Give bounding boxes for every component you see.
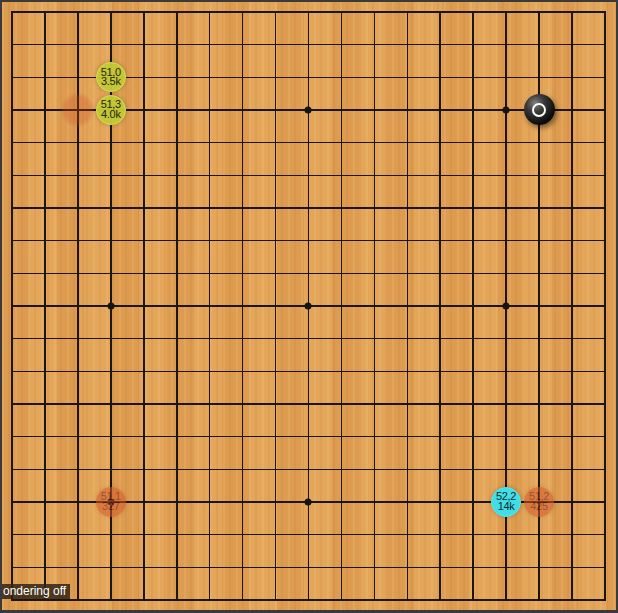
intersection-O16[interactable] — [424, 94, 457, 127]
intersection-A16[interactable] — [2, 94, 28, 127]
intersection-E10[interactable] — [127, 290, 160, 323]
intersection-J7[interactable] — [259, 388, 292, 421]
intersection-H1[interactable] — [226, 583, 259, 610]
intersection-A18[interactable] — [2, 28, 28, 61]
intersection-C17[interactable] — [61, 61, 94, 94]
intersection-N18[interactable] — [391, 28, 424, 61]
intersection-G3[interactable] — [193, 518, 226, 551]
intersection-N17[interactable] — [391, 61, 424, 94]
intersection-K18[interactable] — [292, 28, 325, 61]
intersection-T19[interactable] — [588, 2, 616, 28]
intersection-Q6[interactable] — [490, 420, 523, 453]
intersection-S18[interactable] — [555, 28, 588, 61]
intersection-J17[interactable] — [259, 61, 292, 94]
intersection-G17[interactable] — [193, 61, 226, 94]
intersection-S4[interactable] — [555, 486, 588, 519]
intersection-D17[interactable]: 51,03.5k — [94, 61, 127, 94]
intersection-A15[interactable] — [2, 126, 28, 159]
intersection-G19[interactable] — [193, 2, 226, 28]
intersection-L9[interactable] — [325, 322, 358, 355]
intersection-G6[interactable] — [193, 420, 226, 453]
intersection-R11[interactable] — [523, 257, 556, 290]
intersection-M9[interactable] — [358, 322, 391, 355]
intersection-P14[interactable] — [457, 159, 490, 192]
intersection-A2[interactable] — [2, 551, 28, 584]
intersection-M19[interactable] — [358, 2, 391, 28]
intersection-D18[interactable] — [94, 28, 127, 61]
intersection-S17[interactable] — [555, 61, 588, 94]
intersection-C5[interactable] — [61, 453, 94, 486]
intersection-P9[interactable] — [457, 322, 490, 355]
intersection-Q14[interactable] — [490, 159, 523, 192]
intersection-T18[interactable] — [588, 28, 616, 61]
intersection-C19[interactable] — [61, 2, 94, 28]
intersection-P4[interactable] — [457, 486, 490, 519]
intersection-E4[interactable] — [127, 486, 160, 519]
intersection-T12[interactable] — [588, 224, 616, 257]
intersection-B18[interactable] — [28, 28, 61, 61]
intersection-D6[interactable] — [94, 420, 127, 453]
intersection-B17[interactable] — [28, 61, 61, 94]
intersection-L5[interactable] — [325, 453, 358, 486]
intersection-L4[interactable] — [325, 486, 358, 519]
intersection-L16[interactable] — [325, 94, 358, 127]
intersection-T11[interactable] — [588, 257, 616, 290]
intersection-F5[interactable] — [160, 453, 193, 486]
intersection-L15[interactable] — [325, 126, 358, 159]
intersection-K13[interactable] — [292, 192, 325, 225]
intersection-A3[interactable] — [2, 518, 28, 551]
intersection-J16[interactable] — [259, 94, 292, 127]
intersection-Q1[interactable] — [490, 583, 523, 610]
analysis-move-D17[interactable]: 51,03.5k — [96, 62, 126, 92]
intersection-M17[interactable] — [358, 61, 391, 94]
intersection-H2[interactable] — [226, 551, 259, 584]
intersection-J18[interactable] — [259, 28, 292, 61]
intersection-N15[interactable] — [391, 126, 424, 159]
intersection-H4[interactable] — [226, 486, 259, 519]
intersection-O17[interactable] — [424, 61, 457, 94]
intersection-F10[interactable] — [160, 290, 193, 323]
intersection-M1[interactable] — [358, 583, 391, 610]
intersection-J10[interactable] — [259, 290, 292, 323]
intersection-L8[interactable] — [325, 355, 358, 388]
intersection-C16[interactable] — [61, 94, 94, 127]
intersection-M6[interactable] — [358, 420, 391, 453]
intersection-P6[interactable] — [457, 420, 490, 453]
intersection-N6[interactable] — [391, 420, 424, 453]
intersection-Q15[interactable] — [490, 126, 523, 159]
intersection-B7[interactable] — [28, 388, 61, 421]
intersection-R12[interactable] — [523, 224, 556, 257]
intersection-Q8[interactable] — [490, 355, 523, 388]
intersection-B10[interactable] — [28, 290, 61, 323]
intersection-E5[interactable] — [127, 453, 160, 486]
intersection-B8[interactable] — [28, 355, 61, 388]
intersection-J5[interactable] — [259, 453, 292, 486]
intersection-T17[interactable] — [588, 61, 616, 94]
intersection-M14[interactable] — [358, 159, 391, 192]
intersection-P11[interactable] — [457, 257, 490, 290]
analysis-move-Q4[interactable]: 52,214k — [491, 487, 521, 517]
intersection-B19[interactable] — [28, 2, 61, 28]
intersection-J3[interactable] — [259, 518, 292, 551]
intersection-D8[interactable] — [94, 355, 127, 388]
intersection-F12[interactable] — [160, 224, 193, 257]
intersection-L17[interactable] — [325, 61, 358, 94]
intersection-Q10[interactable] — [490, 290, 523, 323]
intersection-O1[interactable] — [424, 583, 457, 610]
intersection-G2[interactable] — [193, 551, 226, 584]
intersection-S13[interactable] — [555, 192, 588, 225]
intersection-F13[interactable] — [160, 192, 193, 225]
intersection-T8[interactable] — [588, 355, 616, 388]
intersection-K9[interactable] — [292, 322, 325, 355]
intersection-G13[interactable] — [193, 192, 226, 225]
intersection-D11[interactable] — [94, 257, 127, 290]
intersection-O7[interactable] — [424, 388, 457, 421]
intersection-S2[interactable] — [555, 551, 588, 584]
intersection-T16[interactable] — [588, 94, 616, 127]
intersection-E16[interactable] — [127, 94, 160, 127]
intersection-S9[interactable] — [555, 322, 588, 355]
intersection-O4[interactable] — [424, 486, 457, 519]
intersection-T14[interactable] — [588, 159, 616, 192]
intersection-S19[interactable] — [555, 2, 588, 28]
intersection-E7[interactable] — [127, 388, 160, 421]
intersection-D2[interactable] — [94, 551, 127, 584]
intersection-H5[interactable] — [226, 453, 259, 486]
intersection-P10[interactable] — [457, 290, 490, 323]
intersection-R19[interactable] — [523, 2, 556, 28]
intersection-D15[interactable] — [94, 126, 127, 159]
intersection-G8[interactable] — [193, 355, 226, 388]
intersection-D10[interactable] — [94, 290, 127, 323]
intersection-K17[interactable] — [292, 61, 325, 94]
intersection-F14[interactable] — [160, 159, 193, 192]
intersection-B4[interactable] — [28, 486, 61, 519]
intersection-R13[interactable] — [523, 192, 556, 225]
intersection-R5[interactable] — [523, 453, 556, 486]
intersection-F8[interactable] — [160, 355, 193, 388]
intersection-C3[interactable] — [61, 518, 94, 551]
intersection-N13[interactable] — [391, 192, 424, 225]
intersection-P18[interactable] — [457, 28, 490, 61]
intersection-F1[interactable] — [160, 583, 193, 610]
intersection-E14[interactable] — [127, 159, 160, 192]
intersection-E8[interactable] — [127, 355, 160, 388]
intersection-S1[interactable] — [555, 583, 588, 610]
intersection-Q19[interactable] — [490, 2, 523, 28]
intersection-Q18[interactable] — [490, 28, 523, 61]
intersection-H17[interactable] — [226, 61, 259, 94]
intersection-P3[interactable] — [457, 518, 490, 551]
intersection-B6[interactable] — [28, 420, 61, 453]
intersection-C13[interactable] — [61, 192, 94, 225]
intersection-R18[interactable] — [523, 28, 556, 61]
intersection-N10[interactable] — [391, 290, 424, 323]
intersection-O2[interactable] — [424, 551, 457, 584]
intersection-L7[interactable] — [325, 388, 358, 421]
intersection-O15[interactable] — [424, 126, 457, 159]
intersection-E13[interactable] — [127, 192, 160, 225]
intersection-B9[interactable] — [28, 322, 61, 355]
intersection-K10[interactable] — [292, 290, 325, 323]
intersection-D13[interactable] — [94, 192, 127, 225]
intersection-B3[interactable] — [28, 518, 61, 551]
intersection-C8[interactable] — [61, 355, 94, 388]
intersection-T5[interactable] — [588, 453, 616, 486]
intersection-L10[interactable] — [325, 290, 358, 323]
intersection-F16[interactable] — [160, 94, 193, 127]
intersection-A13[interactable] — [2, 192, 28, 225]
intersection-H16[interactable] — [226, 94, 259, 127]
intersection-S12[interactable] — [555, 224, 588, 257]
intersection-J4[interactable] — [259, 486, 292, 519]
intersection-R8[interactable] — [523, 355, 556, 388]
intersection-C11[interactable] — [61, 257, 94, 290]
intersection-E3[interactable] — [127, 518, 160, 551]
intersection-C15[interactable] — [61, 126, 94, 159]
intersection-H9[interactable] — [226, 322, 259, 355]
intersection-R15[interactable] — [523, 126, 556, 159]
intersection-E1[interactable] — [127, 583, 160, 610]
intersection-M7[interactable] — [358, 388, 391, 421]
intersection-N12[interactable] — [391, 224, 424, 257]
intersection-M16[interactable] — [358, 94, 391, 127]
intersection-F17[interactable] — [160, 61, 193, 94]
intersection-C2[interactable] — [61, 551, 94, 584]
intersection-S6[interactable] — [555, 420, 588, 453]
intersection-B2[interactable] — [28, 551, 61, 584]
intersection-B5[interactable] — [28, 453, 61, 486]
intersection-S8[interactable] — [555, 355, 588, 388]
intersection-Q17[interactable] — [490, 61, 523, 94]
intersection-G18[interactable] — [193, 28, 226, 61]
intersection-P12[interactable] — [457, 224, 490, 257]
intersection-D3[interactable] — [94, 518, 127, 551]
intersection-K2[interactable] — [292, 551, 325, 584]
intersection-L3[interactable] — [325, 518, 358, 551]
intersection-F18[interactable] — [160, 28, 193, 61]
intersection-T3[interactable] — [588, 518, 616, 551]
intersection-K4[interactable] — [292, 486, 325, 519]
intersection-J1[interactable] — [259, 583, 292, 610]
intersection-O3[interactable] — [424, 518, 457, 551]
intersection-S7[interactable] — [555, 388, 588, 421]
intersection-B12[interactable] — [28, 224, 61, 257]
intersection-K11[interactable] — [292, 257, 325, 290]
analysis-move-C16[interactable] — [61, 92, 94, 128]
intersection-T9[interactable] — [588, 322, 616, 355]
intersection-H12[interactable] — [226, 224, 259, 257]
intersection-E12[interactable] — [127, 224, 160, 257]
intersection-F9[interactable] — [160, 322, 193, 355]
intersection-M8[interactable] — [358, 355, 391, 388]
intersection-C14[interactable] — [61, 159, 94, 192]
intersection-M10[interactable] — [358, 290, 391, 323]
intersection-C6[interactable] — [61, 420, 94, 453]
intersection-R16[interactable] — [523, 94, 556, 127]
intersection-L14[interactable] — [325, 159, 358, 192]
intersection-P1[interactable] — [457, 583, 490, 610]
intersection-E11[interactable] — [127, 257, 160, 290]
intersection-H6[interactable] — [226, 420, 259, 453]
intersection-N5[interactable] — [391, 453, 424, 486]
intersection-N3[interactable] — [391, 518, 424, 551]
intersection-M5[interactable] — [358, 453, 391, 486]
intersection-L11[interactable] — [325, 257, 358, 290]
intersection-M12[interactable] — [358, 224, 391, 257]
intersection-P19[interactable] — [457, 2, 490, 28]
intersection-T13[interactable] — [588, 192, 616, 225]
intersection-P7[interactable] — [457, 388, 490, 421]
intersection-D14[interactable] — [94, 159, 127, 192]
intersection-M15[interactable] — [358, 126, 391, 159]
intersection-J15[interactable] — [259, 126, 292, 159]
intersection-R9[interactable] — [523, 322, 556, 355]
intersection-K1[interactable] — [292, 583, 325, 610]
intersection-Q4[interactable]: 52,214k — [490, 486, 523, 519]
intersection-K7[interactable] — [292, 388, 325, 421]
intersection-G15[interactable] — [193, 126, 226, 159]
intersection-E15[interactable] — [127, 126, 160, 159]
intersection-M3[interactable] — [358, 518, 391, 551]
intersection-L19[interactable] — [325, 2, 358, 28]
intersection-J14[interactable] — [259, 159, 292, 192]
intersection-Q2[interactable] — [490, 551, 523, 584]
intersection-K15[interactable] — [292, 126, 325, 159]
intersection-M18[interactable] — [358, 28, 391, 61]
intersection-D5[interactable] — [94, 453, 127, 486]
intersection-O5[interactable] — [424, 453, 457, 486]
intersection-H3[interactable] — [226, 518, 259, 551]
intersection-A9[interactable] — [2, 322, 28, 355]
intersection-A12[interactable] — [2, 224, 28, 257]
intersection-R7[interactable] — [523, 388, 556, 421]
intersection-B15[interactable] — [28, 126, 61, 159]
intersection-F7[interactable] — [160, 388, 193, 421]
intersection-R3[interactable] — [523, 518, 556, 551]
intersection-A10[interactable] — [2, 290, 28, 323]
intersection-M11[interactable] — [358, 257, 391, 290]
intersection-R4[interactable]: 51,2425 — [523, 486, 556, 519]
intersection-Q9[interactable] — [490, 322, 523, 355]
intersection-N7[interactable] — [391, 388, 424, 421]
intersection-K3[interactable] — [292, 518, 325, 551]
intersection-O10[interactable] — [424, 290, 457, 323]
intersection-O9[interactable] — [424, 322, 457, 355]
intersection-O11[interactable] — [424, 257, 457, 290]
intersection-P5[interactable] — [457, 453, 490, 486]
intersection-K14[interactable] — [292, 159, 325, 192]
intersection-G7[interactable] — [193, 388, 226, 421]
intersection-T7[interactable] — [588, 388, 616, 421]
intersection-Q5[interactable] — [490, 453, 523, 486]
intersection-O6[interactable] — [424, 420, 457, 453]
intersection-A19[interactable] — [2, 2, 28, 28]
analysis-move-D4[interactable]: 51,1327 — [96, 487, 126, 517]
intersection-O14[interactable] — [424, 159, 457, 192]
intersection-L13[interactable] — [325, 192, 358, 225]
intersection-J12[interactable] — [259, 224, 292, 257]
intersection-J19[interactable] — [259, 2, 292, 28]
analysis-move-R4[interactable]: 51,2425 — [524, 487, 554, 517]
intersection-P13[interactable] — [457, 192, 490, 225]
intersection-N8[interactable] — [391, 355, 424, 388]
intersection-A6[interactable] — [2, 420, 28, 453]
intersection-L1[interactable] — [325, 583, 358, 610]
intersection-H11[interactable] — [226, 257, 259, 290]
intersection-H10[interactable] — [226, 290, 259, 323]
intersection-N2[interactable] — [391, 551, 424, 584]
intersection-G10[interactable] — [193, 290, 226, 323]
intersection-S11[interactable] — [555, 257, 588, 290]
intersection-R1[interactable] — [523, 583, 556, 610]
intersection-D12[interactable] — [94, 224, 127, 257]
intersection-O13[interactable] — [424, 192, 457, 225]
intersection-K19[interactable] — [292, 2, 325, 28]
intersection-O19[interactable] — [424, 2, 457, 28]
intersection-A14[interactable] — [2, 159, 28, 192]
intersection-S16[interactable] — [555, 94, 588, 127]
intersection-H7[interactable] — [226, 388, 259, 421]
intersection-Q16[interactable] — [490, 94, 523, 127]
intersection-F15[interactable] — [160, 126, 193, 159]
intersection-H8[interactable] — [226, 355, 259, 388]
intersection-L6[interactable] — [325, 420, 358, 453]
intersection-F3[interactable] — [160, 518, 193, 551]
intersection-D19[interactable] — [94, 2, 127, 28]
intersection-P16[interactable] — [457, 94, 490, 127]
intersection-D4[interactable]: 51,1327 — [94, 486, 127, 519]
intersection-M13[interactable] — [358, 192, 391, 225]
intersection-G11[interactable] — [193, 257, 226, 290]
intersection-L12[interactable] — [325, 224, 358, 257]
intersection-D9[interactable] — [94, 322, 127, 355]
intersection-J11[interactable] — [259, 257, 292, 290]
intersection-N9[interactable] — [391, 322, 424, 355]
intersection-J2[interactable] — [259, 551, 292, 584]
intersection-T4[interactable] — [588, 486, 616, 519]
intersection-H19[interactable] — [226, 2, 259, 28]
intersection-N1[interactable] — [391, 583, 424, 610]
intersection-C4[interactable] — [61, 486, 94, 519]
intersection-N16[interactable] — [391, 94, 424, 127]
intersection-E6[interactable] — [127, 420, 160, 453]
intersection-T6[interactable] — [588, 420, 616, 453]
intersection-C10[interactable] — [61, 290, 94, 323]
intersection-Q11[interactable] — [490, 257, 523, 290]
intersection-E17[interactable] — [127, 61, 160, 94]
intersection-A11[interactable] — [2, 257, 28, 290]
intersection-R2[interactable] — [523, 551, 556, 584]
intersection-E2[interactable] — [127, 551, 160, 584]
intersection-J13[interactable] — [259, 192, 292, 225]
intersection-T15[interactable] — [588, 126, 616, 159]
intersection-F6[interactable] — [160, 420, 193, 453]
intersection-R14[interactable] — [523, 159, 556, 192]
intersection-E19[interactable] — [127, 2, 160, 28]
intersection-E9[interactable] — [127, 322, 160, 355]
intersection-R6[interactable] — [523, 420, 556, 453]
intersection-H15[interactable] — [226, 126, 259, 159]
intersection-M2[interactable] — [358, 551, 391, 584]
intersection-J6[interactable] — [259, 420, 292, 453]
intersection-N11[interactable] — [391, 257, 424, 290]
intersection-R17[interactable] — [523, 61, 556, 94]
intersection-N4[interactable] — [391, 486, 424, 519]
